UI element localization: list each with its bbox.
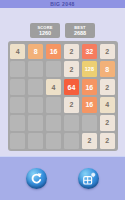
- empty-cell: [46, 133, 61, 148]
- restart-button[interactable]: [26, 168, 47, 189]
- tile-32: 32: [82, 44, 97, 59]
- hint-button[interactable]: [78, 168, 99, 189]
- tile-4: 4: [10, 44, 25, 59]
- empty-cell: [10, 115, 25, 130]
- empty-cell: [28, 61, 43, 76]
- empty-cell: [28, 97, 43, 112]
- empty-cell: [10, 61, 25, 76]
- empty-cell: [64, 133, 79, 148]
- bottom-bar: [0, 156, 125, 200]
- empty-cell: [10, 79, 25, 94]
- scoreboard: SCORE 1260 BEST 2688: [0, 23, 125, 38]
- grid-lightbulb-icon: [82, 172, 96, 186]
- tile-2: 2: [64, 61, 79, 76]
- tile-4: 4: [46, 79, 61, 94]
- empty-cell: [28, 79, 43, 94]
- tile-2: 2: [100, 79, 115, 94]
- title-bar: BIG 2048: [0, 0, 125, 8]
- board[interactable]: 48162322212884641622164222: [8, 41, 118, 151]
- best-value: 2688: [74, 30, 86, 37]
- tile-128: 128: [82, 61, 97, 76]
- empty-cell: [46, 115, 61, 130]
- tile-2: 2: [100, 44, 115, 59]
- app-title: BIG 2048: [50, 1, 75, 7]
- tile-16: 16: [46, 44, 61, 59]
- tile-16: 16: [82, 97, 97, 112]
- empty-cell: [46, 61, 61, 76]
- tile-2: 2: [100, 133, 115, 148]
- score-value: 1260: [39, 30, 51, 37]
- tile-2: 2: [100, 115, 115, 130]
- empty-cell: [46, 97, 61, 112]
- tile-2: 2: [64, 97, 79, 112]
- tile-8: 8: [100, 61, 115, 76]
- score-box: SCORE 1260: [30, 23, 60, 38]
- refresh-icon: [30, 172, 43, 185]
- tile-64: 64: [64, 79, 79, 94]
- tile-16: 16: [82, 79, 97, 94]
- empty-cell: [10, 133, 25, 148]
- tile-8: 8: [28, 44, 43, 59]
- tile-4: 4: [100, 97, 115, 112]
- empty-cell: [28, 115, 43, 130]
- empty-cell: [64, 115, 79, 130]
- tile-2: 2: [82, 133, 97, 148]
- tile-2: 2: [64, 44, 79, 59]
- empty-cell: [28, 133, 43, 148]
- best-box: BEST 2688: [65, 23, 95, 38]
- empty-cell: [82, 115, 97, 130]
- empty-cell: [10, 97, 25, 112]
